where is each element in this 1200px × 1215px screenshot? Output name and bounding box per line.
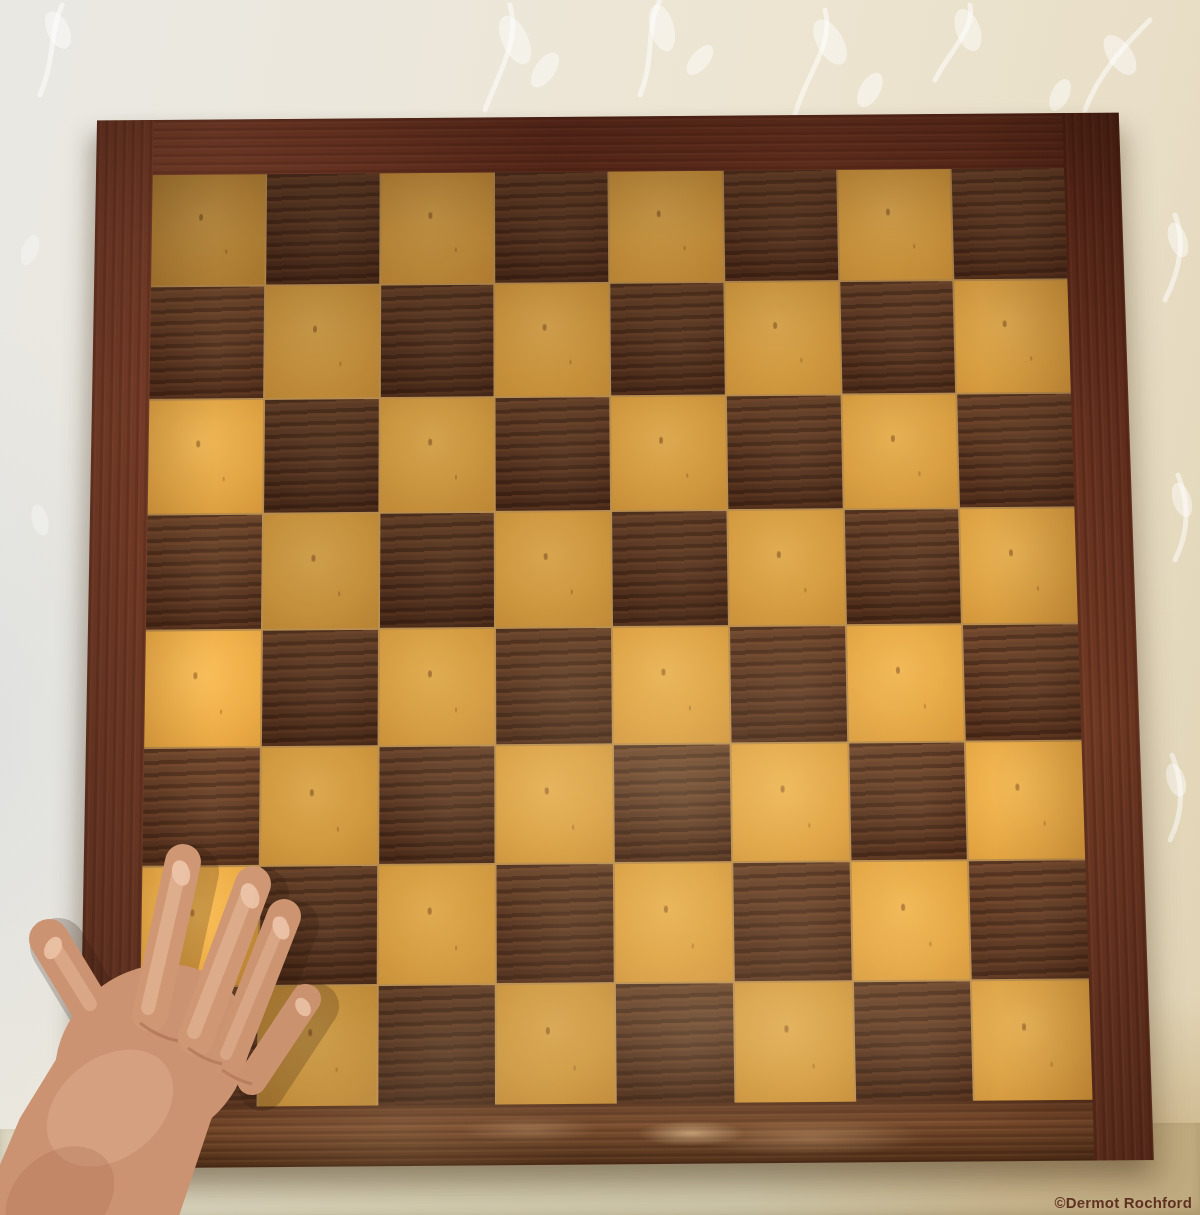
square-b7 <box>265 286 379 398</box>
square-a7 <box>149 286 264 398</box>
square-h7 <box>955 280 1071 392</box>
square-a5 <box>146 515 262 630</box>
square-a8 <box>151 174 265 285</box>
square-c8 <box>381 173 494 284</box>
square-e4 <box>613 627 729 743</box>
square-g2 <box>851 861 970 980</box>
frame-bottom-rail <box>78 1099 1154 1168</box>
board-grid <box>139 168 1093 1107</box>
square-h8 <box>952 168 1068 279</box>
square-c3 <box>379 746 495 864</box>
square-g4 <box>846 625 964 741</box>
square-e7 <box>610 283 724 395</box>
square-b5 <box>263 514 378 629</box>
copyright-watermark: ©Dermot Rochford <box>1054 1194 1192 1211</box>
square-e8 <box>609 171 723 282</box>
square-c1 <box>378 985 495 1105</box>
square-f1 <box>735 982 854 1102</box>
square-d8 <box>495 172 608 283</box>
square-h5 <box>960 508 1078 623</box>
square-b1 <box>258 986 376 1106</box>
square-d3 <box>497 745 613 863</box>
square-f3 <box>731 744 849 862</box>
square-d6 <box>496 397 610 511</box>
square-d7 <box>495 284 609 396</box>
square-e3 <box>614 744 731 862</box>
square-c2 <box>378 865 495 984</box>
square-a2 <box>141 867 259 986</box>
square-h1 <box>972 980 1092 1100</box>
square-e5 <box>612 511 728 626</box>
square-b2 <box>259 866 376 985</box>
square-f4 <box>730 626 847 742</box>
square-b4 <box>262 630 378 746</box>
square-a6 <box>148 400 263 514</box>
square-g7 <box>840 281 956 393</box>
square-f8 <box>724 170 838 281</box>
square-f7 <box>725 282 840 394</box>
square-c4 <box>379 629 494 745</box>
square-d4 <box>496 628 612 744</box>
square-f2 <box>733 862 851 981</box>
square-h2 <box>969 860 1089 979</box>
square-b6 <box>264 399 379 513</box>
square-f6 <box>727 395 843 509</box>
square-g5 <box>844 509 961 624</box>
square-d1 <box>497 984 615 1104</box>
square-c5 <box>379 513 494 628</box>
square-c7 <box>380 285 493 397</box>
square-d2 <box>497 864 614 983</box>
square-f5 <box>728 510 844 625</box>
square-c6 <box>380 398 494 512</box>
square-h4 <box>963 624 1081 740</box>
photo-scene: ©Dermot Rochford <box>0 0 1200 1215</box>
square-a1 <box>139 987 258 1107</box>
square-b3 <box>261 747 378 865</box>
square-h3 <box>966 742 1085 860</box>
square-g6 <box>842 395 958 509</box>
square-d5 <box>496 512 611 627</box>
square-a3 <box>142 748 259 866</box>
square-g3 <box>849 743 967 861</box>
square-h6 <box>957 394 1074 508</box>
square-a4 <box>144 631 261 747</box>
chessboard <box>78 113 1154 1169</box>
square-g8 <box>838 169 953 280</box>
frame-top-rail <box>96 113 1121 176</box>
square-e1 <box>616 983 734 1103</box>
square-e2 <box>615 863 733 982</box>
square-b8 <box>266 173 379 284</box>
square-g1 <box>853 981 973 1101</box>
square-e6 <box>611 396 726 510</box>
